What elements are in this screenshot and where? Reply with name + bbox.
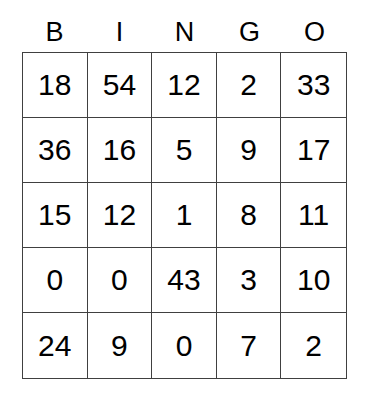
cell-r1c3[interactable]: 12 bbox=[152, 53, 217, 118]
cell-r2c1[interactable]: 36 bbox=[23, 118, 88, 183]
cell-r4c2[interactable]: 0 bbox=[88, 248, 153, 313]
cell-r3c5[interactable]: 11 bbox=[281, 183, 346, 248]
cell-r2c4[interactable]: 9 bbox=[217, 118, 282, 183]
column-letter-b: B bbox=[22, 13, 87, 52]
cell-r4c1[interactable]: 0 bbox=[23, 248, 88, 313]
cell-r5c5[interactable]: 2 bbox=[281, 313, 346, 378]
cell-r4c3[interactable]: 43 bbox=[152, 248, 217, 313]
cell-r3c1[interactable]: 15 bbox=[23, 183, 88, 248]
cell-r3c3[interactable]: 1 bbox=[152, 183, 217, 248]
cell-r4c4[interactable]: 3 bbox=[217, 248, 282, 313]
cell-r1c4[interactable]: 2 bbox=[217, 53, 282, 118]
column-letter-i: I bbox=[87, 13, 152, 52]
cell-r1c2[interactable]: 54 bbox=[88, 53, 153, 118]
column-letter-o: O bbox=[282, 13, 347, 52]
cell-r3c2[interactable]: 12 bbox=[88, 183, 153, 248]
cell-r1c1[interactable]: 18 bbox=[23, 53, 88, 118]
header-row: BINGO bbox=[22, 13, 347, 52]
column-letter-g: G bbox=[217, 13, 282, 52]
bingo-grid: 18541223336165917151218110043310249072 bbox=[22, 52, 347, 379]
column-letter-n: N bbox=[152, 13, 217, 52]
cell-r1c5[interactable]: 33 bbox=[281, 53, 346, 118]
bingo-card: BINGO 1854122333616591715121811004331024… bbox=[0, 0, 368, 400]
cell-r2c2[interactable]: 16 bbox=[88, 118, 153, 183]
cell-r4c5[interactable]: 10 bbox=[281, 248, 346, 313]
cell-r3c4[interactable]: 8 bbox=[217, 183, 282, 248]
cell-r2c5[interactable]: 17 bbox=[281, 118, 346, 183]
cell-r5c4[interactable]: 7 bbox=[217, 313, 282, 378]
cell-r5c2[interactable]: 9 bbox=[88, 313, 153, 378]
cell-r5c1[interactable]: 24 bbox=[23, 313, 88, 378]
cell-r2c3[interactable]: 5 bbox=[152, 118, 217, 183]
cell-r5c3[interactable]: 0 bbox=[152, 313, 217, 378]
